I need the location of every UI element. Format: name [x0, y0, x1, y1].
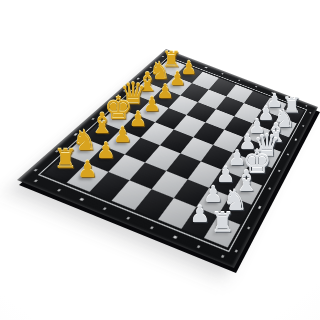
frame-rivet-dot	[162, 56, 165, 58]
frame-rivet-dot	[258, 206, 261, 209]
frame-rivet-dot	[108, 103, 111, 105]
frame-rivet-dot	[221, 73, 224, 75]
frame-rivet-dot	[238, 80, 241, 82]
frame-rivet-dot	[150, 66, 153, 68]
frame-rivet-dot	[74, 133, 78, 135]
frame-rivet-dot	[268, 187, 271, 190]
frame-rivet-dot	[305, 105, 307, 107]
frame-rivet-dot	[309, 112, 311, 114]
frame-rivet-dot	[126, 216, 130, 219]
frame-rivet-dot	[173, 235, 177, 238]
chess-board	[17, 49, 318, 268]
frame-rivet-dot	[234, 249, 238, 252]
frame-rivet-dot	[57, 188, 61, 191]
frame-rivet-dot	[221, 254, 225, 257]
board-pinstripe-border	[38, 57, 307, 253]
frame-rivet-dot	[246, 227, 249, 230]
frame-rivet-dot	[137, 78, 140, 80]
frame-rivet-dot	[286, 153, 289, 155]
frame-rivet-dot	[34, 179, 39, 182]
frame-rivet-dot	[55, 150, 59, 153]
frame-rivet-dot	[302, 125, 305, 127]
frame-rivet-dot	[34, 169, 38, 172]
frame-rivet-dot	[150, 226, 154, 229]
frame-rivet-dot	[123, 90, 126, 92]
frame-rivet-dot	[172, 54, 175, 56]
frame-rivet-dot	[271, 92, 273, 94]
frame-rivet-dot	[197, 245, 201, 248]
frame-rivet-dot	[288, 99, 290, 101]
frame-rivet-dot	[103, 207, 107, 210]
frame-rivet-dot	[80, 198, 84, 201]
frame-rivet-dot	[92, 118, 96, 120]
frame-rivet-dot	[294, 138, 297, 140]
frame-rivet-dot	[188, 61, 191, 63]
frame-rivet-dot	[277, 169, 280, 171]
product-photo-stage: ♜♞♝♛♚♝♞♜♟♟♟♟♟♟♟♟♟♟♟♟♟♟♟♟♜♞♝♛♚♝♞♜	[0, 0, 320, 320]
frame-rivet-dot	[205, 67, 208, 69]
frame-rivet-dot	[255, 86, 258, 88]
